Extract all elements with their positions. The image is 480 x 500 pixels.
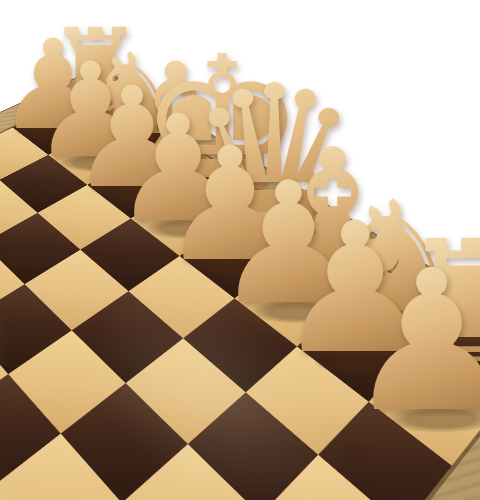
piece-white-pawn-a2[interactable]: ♟ bbox=[344, 244, 480, 439]
chess-set-photo: ♜♟♞♟♝♟♚♟♛♟♝♟♞♟♜♟ bbox=[0, 0, 480, 500]
